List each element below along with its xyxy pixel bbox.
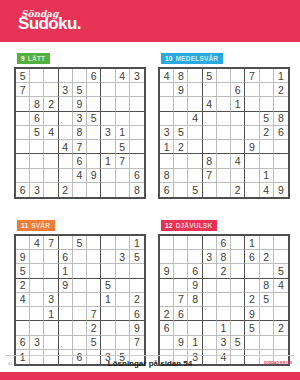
sudoku-cell: 7 — [130, 336, 144, 350]
sudoku-cell — [188, 169, 202, 183]
sudoku-cell — [231, 236, 245, 250]
sudoku-cell — [203, 264, 217, 278]
sudoku-cell — [160, 279, 174, 293]
sudoku-cell — [30, 140, 44, 154]
sudoku-cell — [59, 293, 73, 307]
sudoku-cell — [231, 264, 245, 278]
sudoku-cell — [260, 140, 274, 154]
sudoku-cell: 1 — [160, 140, 174, 154]
sudoku-cell — [101, 83, 115, 97]
sudoku-grid: 613862962598478252696152913534 — [158, 234, 290, 366]
sudoku-cell: 8 — [188, 293, 202, 307]
sudoku-cell: 3 — [116, 250, 130, 264]
sudoku-cell: 4 — [30, 236, 44, 250]
sudoku-cell: 2 — [44, 97, 58, 111]
sudoku-cell — [174, 183, 188, 197]
sudoku-cell: 1 — [274, 69, 288, 83]
sudoku-cell: 5 — [274, 264, 288, 278]
sudoku-cell — [160, 293, 174, 307]
sudoku-cell — [59, 154, 73, 168]
logo-script-text: Söndag — [21, 10, 81, 19]
sudoku-cell — [260, 97, 274, 111]
sudoku-cell — [73, 264, 87, 278]
sudoku-cell — [116, 169, 130, 183]
sudoku-cell — [30, 83, 44, 97]
sudoku-cell: 3 — [217, 336, 231, 350]
sudoku-cell: 1 — [231, 97, 245, 111]
sudoku-cell — [245, 279, 259, 293]
sudoku-cell — [160, 336, 174, 350]
sudoku-cell — [101, 264, 115, 278]
sudoku-cell — [44, 279, 58, 293]
sudoku-cell: 5 — [101, 279, 115, 293]
sudoku-cell — [231, 321, 245, 335]
sudoku-cell — [231, 307, 245, 321]
sudoku-cell: 9 — [245, 307, 259, 321]
sudoku-cell — [59, 236, 73, 250]
sudoku-cell: 6 — [245, 250, 259, 264]
sudoku-cell — [16, 112, 30, 126]
sudoku-cell: 3 — [203, 250, 217, 264]
sudoku-cell — [59, 169, 73, 183]
sudoku-cell — [130, 83, 144, 97]
sudoku-cell: 7 — [116, 154, 130, 168]
sudoku-cell — [217, 69, 231, 83]
sudoku-cell: 5 — [130, 250, 144, 264]
sudoku-cell — [217, 126, 231, 140]
sudoku-cell — [44, 69, 58, 83]
puzzle-block-11: 11 SVÅR 475196355129543121762963571635 — [14, 214, 146, 366]
sudoku-cell: 7 — [245, 69, 259, 83]
sudoku-cell — [188, 69, 202, 83]
sudoku-cell — [87, 126, 101, 140]
sudoku-cell: 1 — [116, 126, 130, 140]
sudoku-cell — [59, 126, 73, 140]
sudoku-cell — [245, 126, 259, 140]
puzzles-grid: 9 LÄTT 5643735829635548314756174966328 1… — [14, 47, 290, 366]
sudoku-cell — [217, 140, 231, 154]
difficulty-label: LÄTT — [28, 55, 45, 62]
sudoku-cell — [203, 112, 217, 126]
sudoku-cell: 7 — [73, 140, 87, 154]
sudoku-cell — [30, 250, 44, 264]
sudoku-cell: 2 — [231, 183, 245, 197]
sudoku-cell — [217, 112, 231, 126]
sudoku-cell — [16, 236, 30, 250]
sudoku-cell: 1 — [101, 154, 115, 168]
sudoku-cell: 9 — [188, 279, 202, 293]
sudoku-cell — [203, 293, 217, 307]
sudoku-cell — [203, 140, 217, 154]
sudoku-cell — [101, 169, 115, 183]
sudoku-grid: 485719624145835261298487165249 — [158, 67, 290, 199]
sudoku-cell: 4 — [44, 126, 58, 140]
sudoku-grid: 5643735829635548314756174966328 — [14, 67, 146, 199]
sudoku-cell — [59, 112, 73, 126]
puzzle-block-12: 12 DJÄVULSK 6138629625984782526961529135… — [158, 214, 290, 366]
sudoku-cell: 6 — [59, 250, 73, 264]
sudoku-cell: 7 — [203, 169, 217, 183]
sudoku-cell — [217, 83, 231, 97]
sudoku-cell: 9 — [245, 140, 259, 154]
sudoku-cell — [203, 236, 217, 250]
sudoku-cell — [73, 307, 87, 321]
sudoku-cell — [274, 154, 288, 168]
sudoku-cell: 9 — [130, 321, 144, 335]
sudoku-cell — [245, 154, 259, 168]
sudoku-cell — [130, 264, 144, 278]
sudoku-cell — [203, 321, 217, 335]
sudoku-cell: 6 — [160, 321, 174, 335]
sudoku-cell — [231, 140, 245, 154]
magazine-page: Söndag Sudoku. 9 LÄTT 564373582963554831… — [0, 0, 300, 380]
sudoku-cell — [188, 321, 202, 335]
sudoku-cell — [130, 279, 144, 293]
sudoku-cell: 6 — [130, 307, 144, 321]
sudoku-cell: 9 — [87, 169, 101, 183]
sudoku-cell — [174, 236, 188, 250]
sudoku-cell — [160, 154, 174, 168]
sudoku-cell: 2 — [160, 307, 174, 321]
sudoku-cell — [231, 126, 245, 140]
puzzle-number: 10 — [165, 55, 173, 62]
sudoku-cell: 4 — [59, 140, 73, 154]
sudoku-cell: 6 — [160, 183, 174, 197]
sudoku-cell — [160, 112, 174, 126]
sudoku-cell — [73, 250, 87, 264]
sudoku-cell — [217, 293, 231, 307]
sudoku-cell: 8 — [203, 154, 217, 168]
sudoku-logo: Söndag Sudoku. — [18, 10, 81, 32]
sudoku-cell: 5 — [231, 336, 245, 350]
sudoku-cell: 8 — [30, 97, 44, 111]
sudoku-cell — [231, 250, 245, 264]
sudoku-cell — [174, 169, 188, 183]
sudoku-cell: 5 — [203, 69, 217, 83]
sudoku-cell: 8 — [217, 250, 231, 264]
sudoku-cell: 1 — [217, 321, 231, 335]
bottom-red-bar — [0, 372, 300, 380]
sudoku-cell — [274, 307, 288, 321]
difficulty-label: MEDELSVÅR — [176, 55, 219, 62]
sudoku-cell — [188, 126, 202, 140]
sudoku-cell: 9 — [59, 279, 73, 293]
puzzle-area: 9 LÄTT 5643735829635548314756174966328 1… — [0, 42, 300, 366]
sudoku-cell — [116, 307, 130, 321]
sudoku-cell — [101, 97, 115, 111]
sudoku-cell: 6 — [16, 336, 30, 350]
sudoku-cell: 8 — [160, 169, 174, 183]
sudoku-cell: 4 — [188, 112, 202, 126]
sudoku-cell — [30, 293, 44, 307]
sudoku-cell — [59, 321, 73, 335]
sudoku-cell: 5 — [73, 236, 87, 250]
sudoku-cell — [130, 154, 144, 168]
sudoku-cell — [44, 83, 58, 97]
sudoku-cell — [59, 307, 73, 321]
edition-text: SÖNDAG KRYSS — [264, 361, 292, 365]
sudoku-cell — [30, 264, 44, 278]
puzzle-number: 11 — [21, 222, 28, 229]
sudoku-cell: 2 — [245, 293, 259, 307]
sudoku-cell — [16, 321, 30, 335]
sudoku-cell — [260, 154, 274, 168]
sudoku-cell — [203, 307, 217, 321]
sudoku-cell — [130, 126, 144, 140]
sudoku-cell — [73, 293, 87, 307]
sudoku-cell — [245, 83, 259, 97]
sudoku-cell: 4 — [160, 69, 174, 83]
sudoku-cell: 2 — [174, 140, 188, 154]
sudoku-cell — [274, 250, 288, 264]
sudoku-cell — [87, 154, 101, 168]
sudoku-cell: 4 — [274, 279, 288, 293]
sudoku-cell — [231, 169, 245, 183]
sudoku-cell — [101, 307, 115, 321]
sudoku-cell — [217, 154, 231, 168]
sudoku-cell: 4 — [203, 97, 217, 111]
sudoku-cell: 6 — [87, 69, 101, 83]
sudoku-cell — [101, 321, 115, 335]
sudoku-cell — [203, 336, 217, 350]
sudoku-cell — [116, 321, 130, 335]
sudoku-cell: 2 — [260, 126, 274, 140]
sudoku-cell: 5 — [188, 183, 202, 197]
sudoku-cell — [87, 293, 101, 307]
sudoku-cell — [274, 293, 288, 307]
sudoku-cell — [30, 69, 44, 83]
sudoku-cell — [44, 112, 58, 126]
sudoku-cell — [116, 112, 130, 126]
sudoku-cell: 3 — [30, 336, 44, 350]
sudoku-cell — [274, 236, 288, 250]
sudoku-cell — [116, 236, 130, 250]
sudoku-cell — [101, 69, 115, 83]
sudoku-cell — [30, 154, 44, 168]
sudoku-cell — [260, 336, 274, 350]
sudoku-cell — [116, 97, 130, 111]
sudoku-cell — [274, 140, 288, 154]
sudoku-cell — [101, 250, 115, 264]
sudoku-cell — [30, 169, 44, 183]
difficulty-badge: 11 SVÅR — [17, 220, 55, 231]
sudoku-cell — [44, 140, 58, 154]
sudoku-cell — [73, 336, 87, 350]
sudoku-cell: 5 — [260, 112, 274, 126]
sudoku-cell: 3 — [44, 293, 58, 307]
sudoku-cell — [260, 69, 274, 83]
sudoku-cell: 1 — [130, 236, 144, 250]
sudoku-cell: 9 — [160, 264, 174, 278]
sudoku-cell: 6 — [30, 112, 44, 126]
sudoku-cell: 6 — [130, 169, 144, 183]
sudoku-cell — [231, 69, 245, 83]
sudoku-cell: 5 — [16, 264, 30, 278]
sudoku-cell — [116, 183, 130, 197]
sudoku-cell: 1 — [59, 264, 73, 278]
sudoku-cell — [73, 183, 87, 197]
sudoku-cell — [174, 279, 188, 293]
sudoku-cell — [116, 336, 130, 350]
sudoku-cell: 6 — [217, 236, 231, 250]
sudoku-cell — [16, 140, 30, 154]
sudoku-cell: 8 — [73, 126, 87, 140]
sudoku-cell — [87, 250, 101, 264]
sudoku-cell — [231, 112, 245, 126]
sudoku-cell — [87, 183, 101, 197]
difficulty-badge: 9 LÄTT — [17, 53, 50, 64]
sudoku-cell — [245, 169, 259, 183]
sudoku-cell — [130, 140, 144, 154]
sudoku-cell — [231, 293, 245, 307]
sudoku-cell: 7 — [174, 293, 188, 307]
sudoku-cell: 8 — [130, 183, 144, 197]
sudoku-cell — [260, 83, 274, 97]
sudoku-cell — [101, 112, 115, 126]
sudoku-cell — [245, 112, 259, 126]
sudoku-cell — [217, 183, 231, 197]
sudoku-cell — [44, 336, 58, 350]
sudoku-cell: 3 — [160, 126, 174, 140]
sudoku-cell — [44, 154, 58, 168]
sudoku-cell — [130, 112, 144, 126]
sudoku-cell — [188, 140, 202, 154]
sudoku-cell — [101, 183, 115, 197]
difficulty-label: SVÅR — [31, 222, 50, 229]
sudoku-cell: 2 — [274, 83, 288, 97]
sudoku-cell — [116, 264, 130, 278]
sudoku-cell — [245, 264, 259, 278]
sudoku-cell — [16, 169, 30, 183]
sudoku-cell: 6 — [16, 183, 30, 197]
sudoku-cell: 5 — [30, 126, 44, 140]
sudoku-cell: 2 — [130, 293, 144, 307]
sudoku-cell — [87, 279, 101, 293]
sudoku-cell: 9 — [174, 336, 188, 350]
sudoku-cell — [245, 336, 259, 350]
sudoku-cell: 5 — [116, 140, 130, 154]
sudoku-cell: 8 — [274, 112, 288, 126]
sudoku-cell: 3 — [59, 83, 73, 97]
sudoku-cell: 3 — [30, 183, 44, 197]
sudoku-cell — [245, 183, 259, 197]
sudoku-cell: 7 — [16, 83, 30, 97]
sudoku-cell — [116, 83, 130, 97]
sudoku-cell — [217, 169, 231, 183]
sudoku-cell: 8 — [260, 279, 274, 293]
sudoku-cell — [101, 236, 115, 250]
sudoku-grid: 475196355129543121762963571635 — [14, 234, 146, 366]
sudoku-cell — [188, 97, 202, 111]
sudoku-cell — [44, 264, 58, 278]
sudoku-cell — [16, 307, 30, 321]
sudoku-cell — [59, 97, 73, 111]
sudoku-cell — [16, 154, 30, 168]
page-number: 42 — [8, 361, 12, 366]
sudoku-cell: 4 — [73, 169, 87, 183]
sudoku-cell — [203, 183, 217, 197]
sudoku-cell: 6 — [188, 264, 202, 278]
sudoku-cell — [174, 264, 188, 278]
sudoku-cell — [44, 183, 58, 197]
sudoku-cell — [203, 279, 217, 293]
sudoku-cell — [174, 97, 188, 111]
sudoku-cell: 7 — [87, 307, 101, 321]
sudoku-cell: 5 — [73, 83, 87, 97]
sudoku-cell — [260, 264, 274, 278]
sudoku-cell — [188, 250, 202, 264]
sudoku-cell: 4 — [231, 154, 245, 168]
sudoku-cell: 1 — [188, 336, 202, 350]
sudoku-cell: 9 — [174, 83, 188, 97]
sudoku-cell — [188, 236, 202, 250]
sudoku-cell — [160, 83, 174, 97]
sudoku-cell — [73, 321, 87, 335]
sudoku-cell — [101, 140, 115, 154]
header-banner: Söndag Sudoku. — [0, 0, 300, 42]
sudoku-cell: 5 — [245, 321, 259, 335]
sudoku-cell — [101, 336, 115, 350]
sudoku-cell: 5 — [87, 336, 101, 350]
sudoku-cell — [30, 307, 44, 321]
sudoku-cell: 8 — [174, 69, 188, 83]
sudoku-cell: 2 — [16, 279, 30, 293]
sudoku-cell: 4 — [16, 293, 30, 307]
sudoku-cell: 6 — [73, 154, 87, 168]
sudoku-cell — [203, 126, 217, 140]
sudoku-cell — [217, 307, 231, 321]
sudoku-cell — [274, 97, 288, 111]
sudoku-cell: 6 — [231, 83, 245, 97]
sudoku-cell: 5 — [174, 126, 188, 140]
sudoku-cell — [245, 97, 259, 111]
sudoku-cell — [87, 83, 101, 97]
sudoku-cell — [130, 97, 144, 111]
sudoku-cell: 6 — [174, 307, 188, 321]
sudoku-cell — [44, 321, 58, 335]
sudoku-cell: 3 — [73, 112, 87, 126]
sudoku-cell — [217, 97, 231, 111]
sudoku-cell: 3 — [101, 126, 115, 140]
sudoku-cell — [87, 264, 101, 278]
puzzle-block-10: 10 MEDELSVÅR 485719624145835261298487165… — [158, 47, 290, 199]
sudoku-cell: 2 — [217, 264, 231, 278]
sudoku-cell — [174, 321, 188, 335]
sudoku-cell — [30, 321, 44, 335]
sudoku-cell — [59, 69, 73, 83]
sudoku-cell: 1 — [44, 307, 58, 321]
sudoku-cell — [174, 250, 188, 264]
sudoku-cell — [274, 336, 288, 350]
sudoku-cell — [16, 126, 30, 140]
difficulty-label: DJÄVULSK — [176, 222, 213, 229]
sudoku-cell: 4 — [260, 183, 274, 197]
sudoku-cell: 2 — [87, 321, 101, 335]
sudoku-cell — [30, 279, 44, 293]
sudoku-cell: 1 — [245, 236, 259, 250]
sudoku-cell: 4 — [116, 69, 130, 83]
sudoku-cell — [188, 154, 202, 168]
sudoku-cell: 1 — [101, 293, 115, 307]
sudoku-cell — [231, 279, 245, 293]
difficulty-badge: 10 MEDELSVÅR — [161, 53, 223, 64]
sudoku-cell: 1 — [260, 169, 274, 183]
difficulty-badge: 12 DJÄVULSK — [161, 220, 217, 231]
footer: 42 Lösningar på sidan 54 SÖNDAG KRYSS — [6, 355, 294, 372]
sudoku-cell: 2 — [59, 183, 73, 197]
sudoku-cell: 2 — [260, 250, 274, 264]
sudoku-cell — [260, 321, 274, 335]
